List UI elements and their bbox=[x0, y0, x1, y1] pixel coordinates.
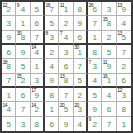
cell-r4c9: 7 bbox=[117, 45, 131, 59]
solution-digit-r3c9: 5 bbox=[122, 33, 126, 41]
cell-r1c7: 266 bbox=[88, 2, 102, 16]
cell-r6c3: 3 bbox=[31, 74, 45, 88]
cell-r9c8: 7 bbox=[102, 117, 116, 131]
solution-digit-r1c2: 4 bbox=[21, 5, 25, 13]
solution-digit-r4c3: 4 bbox=[35, 48, 39, 56]
solution-digit-r8c9: 8 bbox=[122, 105, 126, 113]
solution-digit-r2c4: 5 bbox=[49, 19, 53, 27]
solution-digit-r7c3: 9 bbox=[35, 91, 39, 99]
cell-r2c2: 1 bbox=[16, 16, 30, 30]
cell-r3c8: 2 bbox=[102, 31, 116, 45]
cell-r3c3: 7 bbox=[31, 31, 45, 45]
cage-sum-r3c4: 8 bbox=[45, 31, 48, 37]
solution-digit-r2c6: 9 bbox=[78, 19, 82, 27]
solution-digit-r2c8: 8 bbox=[107, 19, 111, 27]
solution-digit-r2c1: 3 bbox=[6, 19, 10, 27]
cell-r8c8: 6 bbox=[102, 102, 116, 116]
solution-digit-r6c7: 4 bbox=[92, 76, 96, 84]
cell-r9c5: 9 bbox=[59, 117, 73, 131]
solution-digit-r4c8: 5 bbox=[107, 48, 111, 56]
solution-digit-r4c6: 1 bbox=[78, 48, 82, 56]
cell-r6c8: 161 bbox=[102, 74, 116, 88]
solution-digit-r1c7: 6 bbox=[92, 5, 96, 13]
solution-digit-r8c6: 3 bbox=[78, 105, 82, 113]
solution-digit-r7c6: 2 bbox=[78, 91, 82, 99]
solution-digit-r5c9: 2 bbox=[122, 62, 126, 70]
cell-r7c6: 2 bbox=[74, 88, 88, 102]
cell-r5c6: 7 bbox=[74, 59, 88, 73]
cell-r8c7: 9 bbox=[88, 102, 102, 116]
solution-digit-r5c1: 8 bbox=[6, 62, 10, 70]
cell-r8c2: 7 bbox=[16, 102, 30, 116]
cell-r8c4: 1 bbox=[45, 102, 59, 116]
solution-digit-r4c7: 8 bbox=[92, 48, 96, 56]
cell-r5c1: 188 bbox=[2, 59, 16, 73]
cell-r5c8: 119 bbox=[102, 59, 116, 73]
cell-r4c6: 301 bbox=[74, 45, 88, 59]
solution-digit-r3c3: 7 bbox=[35, 33, 39, 41]
solution-digit-r8c7: 9 bbox=[92, 105, 96, 113]
cell-r4c4: 2 bbox=[45, 45, 59, 59]
cell-r8c9: 8 bbox=[117, 102, 131, 116]
solution-digit-r7c7: 5 bbox=[92, 91, 96, 99]
solution-digit-r7c2: 6 bbox=[21, 91, 25, 99]
solution-digit-r1c6: 8 bbox=[78, 5, 82, 13]
solution-digit-r6c8: 1 bbox=[107, 76, 111, 84]
cell-r2c7: 7 bbox=[88, 16, 102, 30]
cell-r9c2: 3 bbox=[16, 117, 30, 131]
cell-r3c5: 74 bbox=[59, 31, 73, 45]
cell-r2c3: 6 bbox=[31, 16, 45, 30]
solution-digit-r6c6: 5 bbox=[78, 76, 82, 84]
cell-r1c5: 111 bbox=[59, 2, 73, 16]
cell-r6c1: 7 bbox=[2, 74, 16, 88]
cell-r2c9: 4 bbox=[117, 16, 131, 30]
cell-r6c2: 152 bbox=[16, 74, 30, 88]
solution-digit-r9c5: 9 bbox=[64, 120, 68, 128]
cell-r3c4: 83 bbox=[45, 31, 59, 45]
cell-r7c3: 179 bbox=[31, 88, 45, 102]
solution-digit-r5c3: 1 bbox=[35, 62, 39, 70]
cell-r9c7: 92 bbox=[88, 117, 102, 131]
cell-r5c7: 73 bbox=[88, 59, 102, 73]
cell-r3c2: 308 bbox=[16, 31, 30, 45]
solution-digit-r9c8: 7 bbox=[107, 120, 111, 128]
solution-digit-r4c4: 2 bbox=[49, 48, 53, 56]
cell-r3c1: 9 bbox=[2, 31, 16, 45]
cell-r5c5: 6 bbox=[59, 59, 73, 73]
cell-r9c1: 5 bbox=[2, 117, 16, 131]
solution-digit-r4c1: 6 bbox=[6, 48, 10, 56]
cell-r7c7: 5 bbox=[88, 88, 102, 102]
cell-r2c1: 3 bbox=[2, 16, 16, 30]
solution-digit-r9c6: 4 bbox=[78, 120, 82, 128]
solution-digit-r5c5: 6 bbox=[64, 62, 68, 70]
cell-r1c3: 5 bbox=[31, 2, 45, 16]
cell-r4c7: 8 bbox=[88, 45, 102, 59]
solution-digit-r4c2: 9 bbox=[21, 48, 25, 56]
cell-r4c3: 144 bbox=[31, 45, 45, 59]
solution-digit-r8c4: 1 bbox=[49, 105, 53, 113]
solution-digit-r5c8: 9 bbox=[107, 62, 111, 70]
cell-r1c1: 122 bbox=[2, 2, 16, 16]
solution-digit-r8c2: 7 bbox=[21, 105, 25, 113]
cell-r4c2: 9 bbox=[16, 45, 30, 59]
cell-r8c3: 142 bbox=[31, 102, 45, 116]
solution-digit-r1c9: 9 bbox=[122, 5, 126, 13]
solution-digit-r6c1: 7 bbox=[6, 76, 10, 84]
cell-r8c1: 144 bbox=[2, 102, 16, 116]
cell-r1c2: 94 bbox=[16, 2, 30, 16]
solution-digit-r2c9: 4 bbox=[122, 19, 126, 27]
cell-r1c6: 8 bbox=[74, 2, 88, 16]
cell-r5c9: 2 bbox=[117, 59, 131, 73]
solution-digit-r6c5: 8 bbox=[64, 76, 68, 84]
cell-r9c3: 8 bbox=[31, 117, 45, 131]
cell-r5c3: 1 bbox=[31, 59, 45, 73]
cell-r5c2: 5 bbox=[16, 59, 30, 73]
cell-r4c8: 5 bbox=[102, 45, 116, 59]
killer-sudoku-board: 1229451671118266313931652971584930878374… bbox=[0, 0, 133, 133]
solution-digit-r6c9: 6 bbox=[122, 76, 126, 84]
solution-digit-r3c5: 4 bbox=[64, 33, 68, 41]
solution-digit-r1c4: 7 bbox=[49, 5, 53, 13]
cell-r7c9: 123 bbox=[117, 88, 131, 102]
solution-digit-r8c3: 2 bbox=[35, 105, 39, 113]
solution-digit-r1c1: 2 bbox=[6, 5, 10, 13]
solution-digit-r9c2: 3 bbox=[21, 120, 25, 128]
cell-r7c1: 1 bbox=[2, 88, 16, 102]
solution-digit-r3c8: 2 bbox=[107, 33, 111, 41]
cell-r2c5: 2 bbox=[59, 16, 73, 30]
solution-digit-r9c9: 1 bbox=[122, 120, 126, 128]
cell-r5c4: 4 bbox=[45, 59, 59, 73]
solution-digit-r7c1: 1 bbox=[6, 91, 10, 99]
cell-r8c5: 205 bbox=[59, 102, 73, 116]
solution-digit-r2c7: 7 bbox=[92, 19, 96, 27]
cell-r2c6: 9 bbox=[74, 16, 88, 30]
solution-digit-r1c3: 5 bbox=[35, 5, 39, 13]
cell-r6c5: 138 bbox=[59, 74, 73, 88]
solution-digit-r7c4: 8 bbox=[49, 91, 53, 99]
solution-digit-r2c2: 1 bbox=[21, 19, 25, 27]
cell-r2c4: 5 bbox=[45, 16, 59, 30]
cell-r7c4: 8 bbox=[45, 88, 59, 102]
cell-r2c8: 158 bbox=[102, 16, 116, 30]
cell-r9c4: 6 bbox=[45, 117, 59, 131]
solution-digit-r3c4: 3 bbox=[49, 33, 53, 41]
cage-sum-r5c7: 7 bbox=[88, 59, 91, 65]
cell-r7c8: 4 bbox=[102, 88, 116, 102]
solution-digit-r6c3: 3 bbox=[35, 76, 39, 84]
cell-r6c9: 6 bbox=[117, 74, 131, 88]
solution-digit-r8c1: 4 bbox=[6, 105, 10, 113]
solution-digit-r2c3: 6 bbox=[35, 19, 39, 27]
cage-sum-r1c2: 9 bbox=[16, 2, 19, 8]
cage-sum-r3c5: 7 bbox=[59, 31, 62, 37]
solution-digit-r4c5: 3 bbox=[64, 48, 68, 56]
solution-digit-r7c8: 4 bbox=[107, 91, 111, 99]
cell-r7c2: 6 bbox=[16, 88, 30, 102]
cell-r3c9: 135 bbox=[117, 31, 131, 45]
solution-digit-r8c5: 5 bbox=[64, 105, 68, 113]
cell-r4c5: 3 bbox=[59, 45, 73, 59]
solution-digit-r5c6: 7 bbox=[78, 62, 82, 70]
cell-r3c6: 6 bbox=[74, 31, 88, 45]
cage-sum-r9c7: 9 bbox=[88, 117, 91, 123]
solution-digit-r1c5: 1 bbox=[64, 5, 68, 13]
solution-digit-r9c7: 2 bbox=[92, 120, 96, 128]
solution-digit-r2c5: 2 bbox=[64, 19, 68, 27]
cell-r6c4: 9 bbox=[45, 74, 59, 88]
solution-digit-r5c4: 4 bbox=[49, 62, 53, 70]
solution-digit-r6c4: 9 bbox=[49, 76, 53, 84]
solution-digit-r9c4: 6 bbox=[49, 120, 53, 128]
solution-digit-r3c6: 6 bbox=[78, 33, 82, 41]
solution-digit-r3c7: 1 bbox=[92, 33, 96, 41]
cell-r1c4: 167 bbox=[45, 2, 59, 16]
cell-r1c9: 139 bbox=[117, 2, 131, 16]
cell-r6c7: 4 bbox=[88, 74, 102, 88]
solution-digit-r5c2: 5 bbox=[21, 62, 25, 70]
solution-digit-r6c2: 2 bbox=[21, 76, 25, 84]
cell-r8c6: 203 bbox=[74, 102, 88, 116]
cell-r9c6: 4 bbox=[74, 117, 88, 131]
solution-digit-r3c1: 9 bbox=[6, 33, 10, 41]
cell-r9c9: 1 bbox=[117, 117, 131, 131]
cell-r7c5: 7 bbox=[59, 88, 73, 102]
solution-digit-r5c7: 3 bbox=[92, 62, 96, 70]
cell-r4c1: 6 bbox=[2, 45, 16, 59]
solution-digit-r7c5: 7 bbox=[64, 91, 68, 99]
solution-digit-r8c8: 6 bbox=[107, 105, 111, 113]
solution-digit-r4c9: 7 bbox=[122, 48, 126, 56]
solution-digit-r1c8: 3 bbox=[107, 5, 111, 13]
solution-digit-r3c2: 8 bbox=[21, 33, 25, 41]
cell-r3c7: 1 bbox=[88, 31, 102, 45]
solution-digit-r7c9: 3 bbox=[122, 91, 126, 99]
cell-r6c6: 5 bbox=[74, 74, 88, 88]
cell-r1c8: 3 bbox=[102, 2, 116, 16]
solution-digit-r9c1: 5 bbox=[6, 120, 10, 128]
solution-digit-r9c3: 8 bbox=[35, 120, 39, 128]
